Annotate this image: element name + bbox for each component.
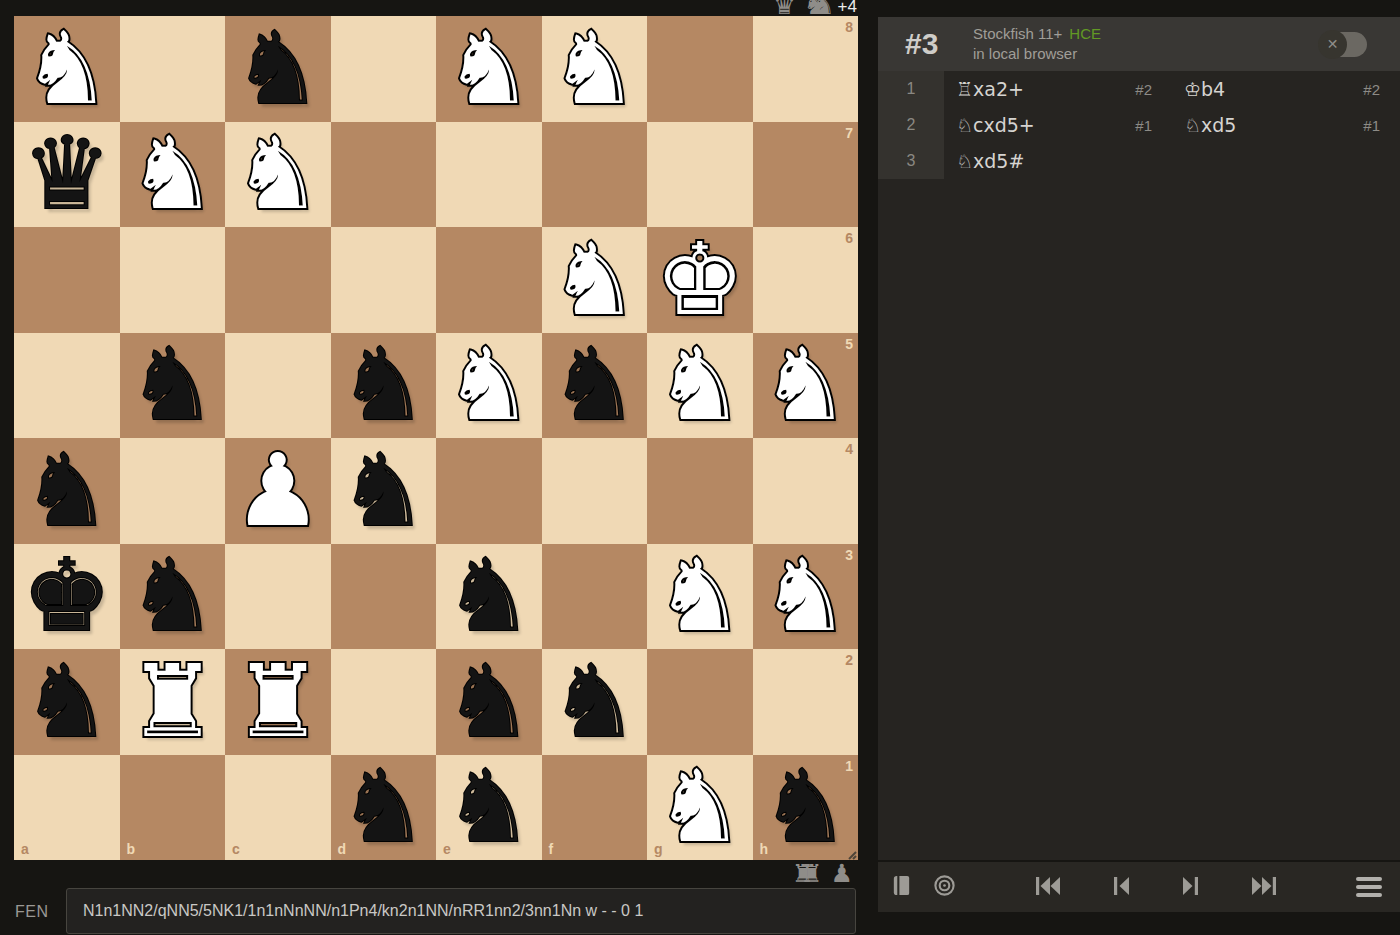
black-queen-a7[interactable]: ♛ [22, 124, 112, 224]
square-c2[interactable]: ♜ [225, 649, 331, 755]
square-b8[interactable] [120, 16, 226, 122]
square-c4[interactable]: ♟ [225, 438, 331, 544]
target-icon [933, 874, 956, 900]
white-king-g6[interactable]: ♚ [655, 230, 745, 330]
white-knight-h3[interactable]: ♞ [760, 546, 850, 646]
square-c5[interactable] [225, 333, 331, 439]
rank-label-6: 6 [845, 231, 853, 245]
square-h2[interactable]: 2 [753, 649, 859, 755]
square-g4[interactable] [647, 438, 753, 544]
menu-button[interactable] [1356, 877, 1382, 897]
white-move-3[interactable]: ♘xd5# [944, 143, 1172, 179]
hamburger-icon [1356, 877, 1382, 897]
square-f3[interactable] [542, 544, 648, 650]
first-move-button[interactable] [1034, 873, 1062, 902]
white-pawn-c4[interactable]: ♟ [233, 441, 323, 541]
file-label-f: f [549, 842, 554, 856]
black-king-a3[interactable]: ♚ [22, 546, 112, 646]
controls-bar [878, 862, 1400, 912]
square-h6[interactable]: 6 [753, 227, 859, 333]
black-knight-e3[interactable]: ♞ [444, 546, 534, 646]
move-row-3: 3♘xd5# [878, 143, 1400, 179]
square-e7[interactable] [436, 122, 542, 228]
black-knight-d4[interactable]: ♞ [338, 441, 428, 541]
engine-badge: HCE [1069, 25, 1101, 42]
white-knight-g1[interactable]: ♞ [655, 757, 745, 857]
square-g8[interactable] [647, 16, 753, 122]
move-text: ♖xa2+ [956, 78, 1024, 100]
previous-move-button[interactable] [1112, 873, 1131, 902]
square-a8[interactable]: ♞ [14, 16, 120, 122]
square-f8[interactable]: ♞ [542, 16, 648, 122]
square-h7[interactable]: 7 [753, 122, 859, 228]
square-d8[interactable] [331, 16, 437, 122]
square-e5[interactable]: ♞ [436, 333, 542, 439]
white-knight-f6[interactable]: ♞ [549, 230, 639, 330]
move-text: ♘xd5# [956, 150, 1024, 172]
square-g5[interactable]: ♞ [647, 333, 753, 439]
file-label-b: b [127, 842, 136, 856]
black-knight-d5[interactable]: ♞ [338, 335, 428, 435]
square-g1[interactable]: ♞g [647, 755, 753, 861]
square-a2[interactable]: ♞ [14, 649, 120, 755]
square-e2[interactable]: ♞ [436, 649, 542, 755]
square-d5[interactable]: ♞ [331, 333, 437, 439]
move-number: 3 [878, 143, 944, 179]
engine-toggle[interactable]: ✕ [1320, 32, 1367, 57]
square-b1[interactable]: b [120, 755, 226, 861]
move-text: ♘xd5 [1184, 114, 1236, 136]
square-h5[interactable]: ♞5 [753, 333, 859, 439]
square-b3[interactable]: ♞ [120, 544, 226, 650]
black-knight-f5[interactable]: ♞ [549, 335, 639, 435]
square-e4[interactable] [436, 438, 542, 544]
black-knight-h1[interactable]: ♞ [760, 757, 850, 857]
square-d4[interactable]: ♞ [331, 438, 437, 544]
square-b4[interactable] [120, 438, 226, 544]
square-g2[interactable] [647, 649, 753, 755]
square-g6[interactable]: ♚ [647, 227, 753, 333]
white-knight-g5[interactable]: ♞ [655, 335, 745, 435]
white-rook-c2[interactable]: ♜ [233, 652, 323, 752]
square-h3[interactable]: ♞3 [753, 544, 859, 650]
move-eval: #1 [1135, 117, 1152, 134]
square-c1[interactable]: c [225, 755, 331, 861]
square-e3[interactable]: ♞ [436, 544, 542, 650]
captured-rook-icon: ♜ [800, 861, 822, 886]
square-d3[interactable] [331, 544, 437, 650]
square-a1[interactable]: a [14, 755, 120, 861]
analysis-panel: #3 Stockfish 11+HCE in local browser ✕ 1… [878, 17, 1400, 860]
captured-pawn-icon: ♟ [831, 861, 853, 886]
square-b5[interactable]: ♞ [120, 333, 226, 439]
black-knight-f2[interactable]: ♞ [549, 652, 639, 752]
square-a5[interactable] [14, 333, 120, 439]
square-f5[interactable]: ♞ [542, 333, 648, 439]
skip-to-end-icon [1250, 873, 1278, 902]
black-knight-b5[interactable]: ♞ [127, 335, 217, 435]
square-e8[interactable]: ♞ [436, 16, 542, 122]
square-d1[interactable]: ♞d [331, 755, 437, 861]
file-label-a: a [21, 842, 29, 856]
black-knight-d1[interactable]: ♞ [338, 757, 428, 857]
move-eval: #2 [1363, 81, 1380, 98]
skip-to-start-icon [1034, 873, 1062, 902]
practice-button[interactable] [933, 874, 956, 900]
engine-location: in local browser [973, 45, 1077, 62]
black-knight-c8[interactable]: ♞ [233, 19, 323, 119]
square-a4[interactable]: ♞ [14, 438, 120, 544]
last-move-button[interactable] [1250, 873, 1278, 902]
black-knight-b3[interactable]: ♞ [127, 546, 217, 646]
engine-header: #3 Stockfish 11+HCE in local browser ✕ [878, 17, 1400, 71]
square-b2[interactable]: ♜ [120, 649, 226, 755]
square-e6[interactable] [436, 227, 542, 333]
step-back-icon [1112, 873, 1131, 902]
white-move-1[interactable]: ♖xa2+#2 [944, 71, 1172, 107]
square-f2[interactable]: ♞ [542, 649, 648, 755]
rank-label-7: 7 [845, 126, 853, 140]
rank-label-2: 2 [845, 653, 853, 667]
black-knight-e1[interactable]: ♞ [444, 757, 534, 857]
fen-input[interactable] [66, 888, 856, 934]
move-eval: #1 [1363, 117, 1380, 134]
square-h1[interactable]: ♞h1 [753, 755, 859, 861]
square-c6[interactable] [225, 227, 331, 333]
rank-label-8: 8 [845, 20, 853, 34]
white-knight-a8[interactable]: ♞ [22, 19, 112, 119]
square-b6[interactable] [120, 227, 226, 333]
fen-label: FEN [15, 903, 49, 921]
square-c7[interactable]: ♞ [225, 122, 331, 228]
white-knight-b7[interactable]: ♞ [127, 124, 217, 224]
engine-toggle-knob[interactable]: ✕ [1318, 30, 1347, 59]
move-number: 1 [878, 71, 944, 107]
move-text: ♘cxd5+ [956, 114, 1035, 136]
square-f7[interactable] [542, 122, 648, 228]
black-move-3 [1172, 143, 1400, 179]
black-knight-a2[interactable]: ♞ [22, 652, 112, 752]
square-g3[interactable]: ♞ [647, 544, 753, 650]
square-f6[interactable]: ♞ [542, 227, 648, 333]
white-knight-e8[interactable]: ♞ [444, 19, 534, 119]
step-forward-icon [1181, 873, 1200, 902]
white-move-2[interactable]: ♘cxd5+#1 [944, 107, 1172, 143]
square-a6[interactable] [14, 227, 120, 333]
rank-label-4: 4 [845, 442, 853, 456]
square-h4[interactable]: 4 [753, 438, 859, 544]
move-text: ♔b4 [1184, 78, 1225, 100]
book-icon [890, 874, 913, 900]
white-knight-g3[interactable]: ♞ [655, 546, 745, 646]
square-d6[interactable] [331, 227, 437, 333]
white-rook-b2[interactable]: ♜ [127, 652, 217, 752]
move-eval: #2 [1135, 81, 1152, 98]
square-d7[interactable] [331, 122, 437, 228]
black-move-1[interactable]: ♔b4#2 [1172, 71, 1400, 107]
next-move-button[interactable] [1181, 873, 1200, 902]
square-b7[interactable]: ♞ [120, 122, 226, 228]
mate-counter: #3 [905, 27, 973, 61]
panel-body [878, 179, 1400, 860]
square-g7[interactable] [647, 122, 753, 228]
square-c3[interactable] [225, 544, 331, 650]
move-list: 1♖xa2+#2♔b4#22♘cxd5+#1♘xd5#13♘xd5# [878, 71, 1400, 179]
black-move-2[interactable]: ♘xd5#1 [1172, 107, 1400, 143]
material-diff-bottom: ♜♜♟ [792, 861, 853, 886]
black-knight-e2[interactable]: ♞ [444, 652, 534, 752]
white-knight-h5[interactable]: ♞ [760, 335, 850, 435]
square-f4[interactable] [542, 438, 648, 544]
white-knight-f8[interactable]: ♞ [549, 19, 639, 119]
square-h8[interactable]: 8 [753, 16, 859, 122]
square-a7[interactable]: ♛ [14, 122, 120, 228]
white-knight-c7[interactable]: ♞ [233, 124, 323, 224]
opening-book-button[interactable] [890, 874, 913, 900]
engine-name: Stockfish 11+ [973, 25, 1062, 42]
square-a3[interactable]: ♚ [14, 544, 120, 650]
square-c8[interactable]: ♞ [225, 16, 331, 122]
board-resize-handle[interactable] [844, 846, 857, 859]
engine-info: Stockfish 11+HCE in local browser [973, 24, 1320, 64]
file-label-c: c [232, 842, 240, 856]
black-knight-a4[interactable]: ♞ [22, 441, 112, 541]
square-f1[interactable]: f [542, 755, 648, 861]
square-e1[interactable]: ♞e [436, 755, 542, 861]
move-number: 2 [878, 107, 944, 143]
square-d2[interactable] [331, 649, 437, 755]
white-knight-e5[interactable]: ♞ [444, 335, 534, 435]
chess-board: ♞♞♞♞8♛♞♞7♞♚6♞♞♞♞♞♞5♞♟♞4♚♞♞♞♞3♞♜♜♞♞2abc♞d… [14, 16, 858, 860]
move-row-2: 2♘cxd5+#1♘xd5#1 [878, 107, 1400, 143]
move-row-1: 1♖xa2+#2♔b4#2 [878, 71, 1400, 107]
